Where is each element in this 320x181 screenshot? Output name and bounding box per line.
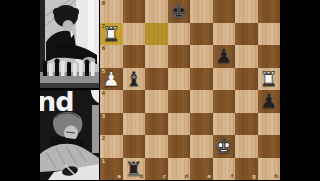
square-b8[interactable] xyxy=(123,0,146,23)
wood-grain xyxy=(168,158,191,181)
square-b1[interactable]: b♜ xyxy=(123,158,146,181)
rank-label-8: 8 xyxy=(102,1,106,7)
square-c7[interactable] xyxy=(145,23,168,46)
square-a5[interactable]: 5♟ xyxy=(100,68,123,91)
piece-white-rook[interactable]: ♜ xyxy=(258,68,281,91)
square-a2[interactable]: 2 xyxy=(100,135,123,158)
rank-label-1: 1 xyxy=(102,159,106,165)
square-c5[interactable] xyxy=(145,68,168,91)
square-e7[interactable] xyxy=(190,23,213,46)
square-c2[interactable] xyxy=(145,135,168,158)
wood-grain xyxy=(145,0,168,23)
square-f6[interactable]: ♟ xyxy=(213,45,236,68)
wood-grain xyxy=(190,135,213,158)
wood-grain xyxy=(168,90,191,113)
wood-grain xyxy=(190,158,213,181)
file-label-d: d xyxy=(185,174,189,180)
rank-label-4: 4 xyxy=(102,91,106,97)
wood-grain xyxy=(235,90,258,113)
wood-grain xyxy=(100,113,123,136)
piece-black-rook[interactable]: ♜ xyxy=(123,158,146,181)
wood-grain xyxy=(190,23,213,46)
square-b2[interactable] xyxy=(123,135,146,158)
square-b7[interactable] xyxy=(123,23,146,46)
square-d5[interactable] xyxy=(168,68,191,91)
wood-grain xyxy=(258,158,281,181)
wood-grain xyxy=(145,135,168,158)
wood-grain xyxy=(235,45,258,68)
wood-grain xyxy=(168,135,191,158)
wood-grain xyxy=(145,90,168,113)
photo-bottom-player: nd xyxy=(40,90,99,180)
wood-grain xyxy=(168,113,191,136)
square-c8[interactable] xyxy=(145,0,168,23)
square-h7[interactable] xyxy=(258,23,281,46)
file-label-e: e xyxy=(207,174,211,180)
wood-grain xyxy=(190,113,213,136)
chess-board: 8♚7♜6♟5♟♝♜4♟32♚1ab♜cdefgh xyxy=(100,0,280,180)
square-g8[interactable] xyxy=(235,0,258,23)
rank-label-6: 6 xyxy=(102,46,106,52)
square-h4[interactable]: ♟ xyxy=(258,90,281,113)
wood-grain xyxy=(235,135,258,158)
wood-grain xyxy=(235,68,258,91)
video-frame: nd 8♚7♜6♟5♟♝♜4♟32♚ xyxy=(0,0,320,180)
piece-white-king[interactable]: ♚ xyxy=(213,135,236,158)
wood-grain xyxy=(213,23,236,46)
square-g2[interactable] xyxy=(235,135,258,158)
wood-grain xyxy=(168,23,191,46)
square-a8[interactable]: 8 xyxy=(100,0,123,23)
square-d3[interactable] xyxy=(168,113,191,136)
photo-column: nd xyxy=(40,0,99,180)
square-h6[interactable] xyxy=(258,45,281,68)
wood-grain xyxy=(213,68,236,91)
wood-grain xyxy=(123,23,146,46)
wood-grain xyxy=(123,90,146,113)
square-g5[interactable] xyxy=(235,68,258,91)
wood-grain xyxy=(258,113,281,136)
square-h2[interactable] xyxy=(258,135,281,158)
square-h1[interactable]: h xyxy=(258,158,281,181)
photo-top-player xyxy=(40,0,99,88)
square-c4[interactable] xyxy=(145,90,168,113)
square-e1[interactable]: e xyxy=(190,158,213,181)
square-e6[interactable] xyxy=(190,45,213,68)
file-label-a: a xyxy=(117,174,121,180)
square-e4[interactable] xyxy=(190,90,213,113)
square-e3[interactable] xyxy=(190,113,213,136)
square-b4[interactable] xyxy=(123,90,146,113)
square-b3[interactable] xyxy=(123,113,146,136)
square-f7[interactable] xyxy=(213,23,236,46)
square-g3[interactable] xyxy=(235,113,258,136)
rank-label-3: 3 xyxy=(102,114,106,120)
piece-black-king[interactable]: ♚ xyxy=(168,0,191,23)
square-d4[interactable] xyxy=(168,90,191,113)
wood-grain xyxy=(168,45,191,68)
square-a6[interactable]: 6 xyxy=(100,45,123,68)
wood-grain xyxy=(100,0,123,23)
square-h5[interactable]: ♜ xyxy=(258,68,281,91)
wood-grain xyxy=(100,90,123,113)
square-c6[interactable] xyxy=(145,45,168,68)
wood-grain xyxy=(145,113,168,136)
square-d2[interactable] xyxy=(168,135,191,158)
wood-grain xyxy=(235,113,258,136)
square-f1[interactable]: f xyxy=(213,158,236,181)
wood-grain xyxy=(190,68,213,91)
wood-grain xyxy=(258,23,281,46)
square-f4[interactable] xyxy=(213,90,236,113)
wood-grain xyxy=(213,90,236,113)
square-g1[interactable]: g xyxy=(235,158,258,181)
square-b5[interactable]: ♝ xyxy=(123,68,146,91)
wood-grain xyxy=(258,135,281,158)
square-h3[interactable] xyxy=(258,113,281,136)
square-e8[interactable] xyxy=(190,0,213,23)
square-g7[interactable] xyxy=(235,23,258,46)
square-f2[interactable]: ♚ xyxy=(213,135,236,158)
piece-white-pawn[interactable]: ♟ xyxy=(100,68,123,91)
wood-grain xyxy=(123,135,146,158)
piece-black-bishop[interactable]: ♝ xyxy=(123,68,146,91)
wood-grain xyxy=(168,68,191,91)
square-f5[interactable] xyxy=(213,68,236,91)
wood-grain xyxy=(145,158,168,181)
wood-grain xyxy=(190,0,213,23)
wood-grain xyxy=(123,113,146,136)
square-e5[interactable] xyxy=(190,68,213,91)
wood-grain xyxy=(145,68,168,91)
square-d1[interactable]: d xyxy=(168,158,191,181)
wood-grain xyxy=(100,135,123,158)
square-d7[interactable] xyxy=(168,23,191,46)
square-f3[interactable] xyxy=(213,113,236,136)
piece-white-rook[interactable]: ♜ xyxy=(100,23,123,46)
photo-bottom-illustration: nd xyxy=(40,90,99,180)
file-label-f: f xyxy=(231,174,233,180)
wood-grain xyxy=(123,0,146,23)
player-face xyxy=(63,20,74,32)
wood-grain xyxy=(100,45,123,68)
square-g4[interactable] xyxy=(235,90,258,113)
square-a1[interactable]: 1a xyxy=(100,158,123,181)
wood-grain xyxy=(145,23,168,46)
wood-grain xyxy=(190,45,213,68)
square-d8[interactable]: ♚ xyxy=(168,0,191,23)
square-a7[interactable]: 7♜ xyxy=(100,23,123,46)
wood-grain xyxy=(235,23,258,46)
piece-black-pawn[interactable]: ♟ xyxy=(258,90,281,113)
wood-grain xyxy=(213,158,236,181)
wood-grain xyxy=(213,113,236,136)
wood-grain xyxy=(235,158,258,181)
wood-grain xyxy=(213,0,236,23)
wood-grain xyxy=(123,45,146,68)
square-a4[interactable]: 4 xyxy=(100,90,123,113)
square-b6[interactable] xyxy=(123,45,146,68)
square-a3[interactable]: 3 xyxy=(100,113,123,136)
board-edge xyxy=(40,83,99,88)
square-f8[interactable] xyxy=(213,0,236,23)
square-c3[interactable] xyxy=(145,113,168,136)
piece-black-pawn[interactable]: ♟ xyxy=(213,45,236,68)
file-label-h: h xyxy=(275,174,279,180)
wood-grain xyxy=(190,90,213,113)
file-label-c: c xyxy=(163,174,166,180)
rank-label-2: 2 xyxy=(102,136,106,142)
background-band xyxy=(92,105,99,153)
square-e2[interactable] xyxy=(190,135,213,158)
file-label-g: g xyxy=(252,174,256,180)
square-d6[interactable] xyxy=(168,45,191,68)
photo-top-illustration xyxy=(40,0,99,88)
wood-grain xyxy=(258,45,281,68)
wood-grain xyxy=(145,45,168,68)
wood-grain xyxy=(258,0,281,23)
wood-grain xyxy=(235,0,258,23)
square-c1[interactable]: c xyxy=(145,158,168,181)
wood-grain xyxy=(100,158,123,181)
square-h8[interactable] xyxy=(258,0,281,23)
square-g6[interactable] xyxy=(235,45,258,68)
